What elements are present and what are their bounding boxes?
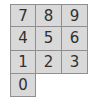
cell-2[interactable]: 2: [36, 51, 62, 74]
cell-8[interactable]: 8: [36, 4, 62, 27]
empty-space: [36, 74, 62, 97]
cell-4[interactable]: 4: [10, 27, 36, 50]
cell-5[interactable]: 5: [36, 27, 62, 50]
cell-3[interactable]: 3: [62, 51, 88, 74]
empty-space: [62, 74, 88, 97]
cell-7[interactable]: 7: [10, 4, 36, 27]
cell-0[interactable]: 0: [10, 74, 36, 97]
number-grid: 7 8 9 4 5 6 1 2 3 0: [10, 4, 88, 97]
cell-1[interactable]: 1: [10, 51, 36, 74]
cell-9[interactable]: 9: [62, 4, 88, 27]
cell-6[interactable]: 6: [62, 27, 88, 50]
